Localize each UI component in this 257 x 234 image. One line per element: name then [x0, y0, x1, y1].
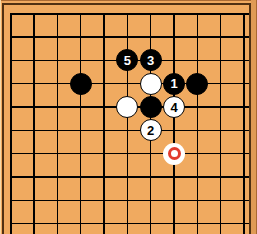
stone-black-move-1: 1 — [163, 73, 185, 95]
frame-left-line — [2, 3, 4, 234]
frame-right-outer-edge — [256, 0, 257, 234]
move-number-label: 5 — [124, 54, 131, 67]
stone-black-move-5: 5 — [116, 49, 138, 71]
move-number-label: 4 — [170, 101, 177, 114]
stone-white — [140, 73, 162, 95]
frame-top-line — [2, 3, 251, 5]
stone-white — [116, 96, 138, 118]
frame-top-outer-edge — [0, 0, 257, 1]
frame-right-line — [249, 3, 251, 234]
frame-left-outer-edge — [0, 0, 1, 234]
grid-line-horizontal — [10, 176, 250, 178]
grid-line-horizontal — [10, 153, 250, 155]
grid-line-horizontal — [10, 83, 250, 85]
move-number-label: 2 — [147, 124, 154, 137]
circle-marker-icon — [168, 147, 181, 160]
move-number-label: 1 — [170, 77, 177, 90]
stone-black — [70, 73, 92, 95]
grid-line-horizontal — [10, 13, 250, 15]
stone-black-move-3: 3 — [140, 49, 162, 71]
grid-line-horizontal — [10, 223, 250, 225]
stone-black — [186, 73, 208, 95]
move-number-label: 3 — [147, 54, 154, 67]
grid-line-horizontal — [10, 200, 250, 202]
stone-white-circled — [163, 143, 185, 165]
stone-white-move-2: 2 — [140, 119, 162, 141]
stone-white-move-4: 4 — [163, 96, 185, 118]
grid-line-horizontal — [10, 130, 250, 132]
go-board: 53142 — [0, 0, 257, 234]
grid-line-horizontal — [10, 36, 250, 38]
stone-black — [140, 96, 162, 118]
go-diagram: 53142 — [0, 0, 257, 234]
